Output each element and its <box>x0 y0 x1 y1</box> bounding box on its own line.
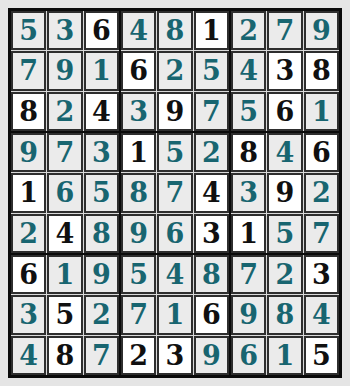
sudoku-cell-r7c1[interactable]: 6 <box>11 255 46 294</box>
sudoku-cell-r9c3[interactable]: 7 <box>84 336 119 375</box>
sudoku-board: 5367918244816253972794385619731652481528… <box>8 8 342 378</box>
sudoku-cell-r6c8[interactable]: 5 <box>267 214 302 253</box>
sudoku-cell-r1c6[interactable]: 1 <box>194 11 229 50</box>
sudoku-cell-r4c3[interactable]: 3 <box>84 133 119 172</box>
sudoku-cell-r8c2[interactable]: 5 <box>47 295 82 334</box>
sudoku-cell-r2c4[interactable]: 6 <box>121 51 156 90</box>
sudoku-cell-r9c7[interactable]: 6 <box>231 336 266 375</box>
sudoku-cell-r7c6[interactable]: 8 <box>194 255 229 294</box>
sudoku-box-3-2: 548716239 <box>121 255 229 375</box>
sudoku-box-3-1: 619352487 <box>11 255 119 375</box>
sudoku-cell-r5c1[interactable]: 1 <box>11 173 46 212</box>
sudoku-cell-r8c4[interactable]: 7 <box>121 295 156 334</box>
sudoku-cell-r3c8[interactable]: 6 <box>267 92 302 131</box>
sudoku-cell-r5c7[interactable]: 3 <box>231 173 266 212</box>
sudoku-cell-r9c5[interactable]: 3 <box>157 336 192 375</box>
sudoku-cell-r7c8[interactable]: 2 <box>267 255 302 294</box>
sudoku-cell-r5c9[interactable]: 2 <box>304 173 339 212</box>
sudoku-cell-r2c5[interactable]: 2 <box>157 51 192 90</box>
sudoku-cell-r4c6[interactable]: 2 <box>194 133 229 172</box>
sudoku-cell-r8c5[interactable]: 1 <box>157 295 192 334</box>
sudoku-cell-r6c3[interactable]: 8 <box>84 214 119 253</box>
sudoku-cell-r3c2[interactable]: 2 <box>47 92 82 131</box>
sudoku-cell-r3c9[interactable]: 1 <box>304 92 339 131</box>
sudoku-cell-r6c1[interactable]: 2 <box>11 214 46 253</box>
sudoku-cell-r8c8[interactable]: 8 <box>267 295 302 334</box>
sudoku-cell-r6c7[interactable]: 1 <box>231 214 266 253</box>
sudoku-cell-r4c8[interactable]: 4 <box>267 133 302 172</box>
sudoku-box-2-2: 152874963 <box>121 133 229 253</box>
sudoku-cell-r3c5[interactable]: 9 <box>157 92 192 131</box>
sudoku-cell-r3c6[interactable]: 7 <box>194 92 229 131</box>
sudoku-cell-r3c3[interactable]: 4 <box>84 92 119 131</box>
sudoku-cell-r7c9[interactable]: 3 <box>304 255 339 294</box>
sudoku-cell-r8c6[interactable]: 6 <box>194 295 229 334</box>
sudoku-box-3-3: 723984615 <box>231 255 339 375</box>
sudoku-cell-r2c1[interactable]: 7 <box>11 51 46 90</box>
sudoku-page: 5367918244816253972794385619731652481528… <box>0 0 350 386</box>
sudoku-cell-r6c9[interactable]: 7 <box>304 214 339 253</box>
sudoku-cell-r7c4[interactable]: 5 <box>121 255 156 294</box>
sudoku-cell-r8c7[interactable]: 9 <box>231 295 266 334</box>
sudoku-box-1-3: 279438561 <box>231 11 339 131</box>
sudoku-cell-r5c4[interactable]: 8 <box>121 173 156 212</box>
sudoku-cell-r2c3[interactable]: 1 <box>84 51 119 90</box>
sudoku-cell-r1c1[interactable]: 5 <box>11 11 46 50</box>
sudoku-cell-r2c6[interactable]: 5 <box>194 51 229 90</box>
sudoku-cell-r2c9[interactable]: 8 <box>304 51 339 90</box>
sudoku-cell-r6c5[interactable]: 6 <box>157 214 192 253</box>
sudoku-cell-r4c2[interactable]: 7 <box>47 133 82 172</box>
sudoku-cell-r9c1[interactable]: 4 <box>11 336 46 375</box>
sudoku-cell-r5c5[interactable]: 7 <box>157 173 192 212</box>
sudoku-cell-r4c1[interactable]: 9 <box>11 133 46 172</box>
sudoku-cell-r5c8[interactable]: 9 <box>267 173 302 212</box>
sudoku-cell-r7c2[interactable]: 1 <box>47 255 82 294</box>
sudoku-cell-r4c5[interactable]: 5 <box>157 133 192 172</box>
sudoku-cell-r1c9[interactable]: 9 <box>304 11 339 50</box>
sudoku-cell-r8c9[interactable]: 4 <box>304 295 339 334</box>
sudoku-cell-r8c1[interactable]: 3 <box>11 295 46 334</box>
sudoku-cell-r4c9[interactable]: 6 <box>304 133 339 172</box>
sudoku-cell-r1c8[interactable]: 7 <box>267 11 302 50</box>
sudoku-cell-r7c3[interactable]: 9 <box>84 255 119 294</box>
sudoku-box-1-1: 536791824 <box>11 11 119 131</box>
sudoku-cell-r6c4[interactable]: 9 <box>121 214 156 253</box>
sudoku-cell-r1c5[interactable]: 8 <box>157 11 192 50</box>
sudoku-cell-r1c4[interactable]: 4 <box>121 11 156 50</box>
sudoku-cell-r7c5[interactable]: 4 <box>157 255 192 294</box>
sudoku-cell-r8c3[interactable]: 2 <box>84 295 119 334</box>
sudoku-cell-r9c8[interactable]: 1 <box>267 336 302 375</box>
sudoku-cell-r9c4[interactable]: 2 <box>121 336 156 375</box>
sudoku-cell-r2c7[interactable]: 4 <box>231 51 266 90</box>
sudoku-cell-r2c2[interactable]: 9 <box>47 51 82 90</box>
sudoku-cell-r2c8[interactable]: 3 <box>267 51 302 90</box>
sudoku-cell-r5c3[interactable]: 5 <box>84 173 119 212</box>
sudoku-cell-r7c7[interactable]: 7 <box>231 255 266 294</box>
sudoku-cell-r9c6[interactable]: 9 <box>194 336 229 375</box>
sudoku-cell-r3c1[interactable]: 8 <box>11 92 46 131</box>
sudoku-cell-r1c3[interactable]: 6 <box>84 11 119 50</box>
sudoku-cell-r4c4[interactable]: 1 <box>121 133 156 172</box>
sudoku-cell-r9c2[interactable]: 8 <box>47 336 82 375</box>
sudoku-box-2-1: 973165248 <box>11 133 119 253</box>
sudoku-cell-r1c2[interactable]: 3 <box>47 11 82 50</box>
sudoku-box-2-3: 846392157 <box>231 133 339 253</box>
sudoku-cell-r5c2[interactable]: 6 <box>47 173 82 212</box>
sudoku-cell-r4c7[interactable]: 8 <box>231 133 266 172</box>
sudoku-cell-r9c9[interactable]: 5 <box>304 336 339 375</box>
sudoku-cell-r3c7[interactable]: 5 <box>231 92 266 131</box>
sudoku-cell-r5c6[interactable]: 4 <box>194 173 229 212</box>
sudoku-cell-r3c4[interactable]: 3 <box>121 92 156 131</box>
sudoku-box-1-2: 481625397 <box>121 11 229 131</box>
sudoku-cell-r6c2[interactable]: 4 <box>47 214 82 253</box>
sudoku-cell-r6c6[interactable]: 3 <box>194 214 229 253</box>
sudoku-cell-r1c7[interactable]: 2 <box>231 11 266 50</box>
